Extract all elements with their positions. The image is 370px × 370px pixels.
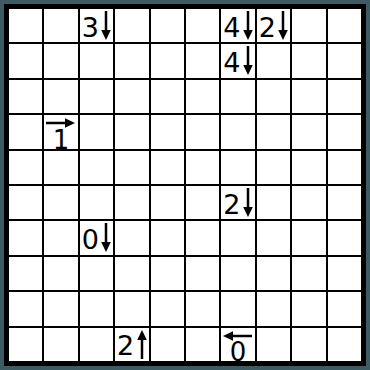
cell-r2c4[interactable]	[115, 44, 148, 77]
cell-r10c4-clue-2-up[interactable]: 2	[115, 328, 148, 361]
cell-r7c10[interactable]	[328, 221, 361, 254]
puzzle-frame: 342412020	[0, 0, 370, 370]
cell-r7c9[interactable]	[292, 221, 325, 254]
cell-r10c10[interactable]	[328, 328, 361, 361]
cell-r4c5[interactable]	[151, 115, 184, 148]
cell-r10c6[interactable]	[186, 328, 219, 361]
cell-r6c10[interactable]	[328, 186, 361, 219]
cell-r4c10[interactable]	[328, 115, 361, 148]
cell-r2c8[interactable]	[257, 44, 290, 77]
cell-r2c9[interactable]	[292, 44, 325, 77]
cell-r10c9[interactable]	[292, 328, 325, 361]
puzzle-grid: 342412020	[4, 4, 366, 366]
cell-r3c1[interactable]	[9, 80, 42, 113]
cell-r7c4[interactable]	[115, 221, 148, 254]
cell-r6c8[interactable]	[257, 186, 290, 219]
cell-r2c7-clue-4-down[interactable]: 4	[221, 44, 254, 77]
cell-r4c3[interactable]	[80, 115, 113, 148]
clue-number: 2	[257, 14, 278, 41]
cell-r1c3-clue-3-down[interactable]: 3	[80, 9, 113, 42]
cell-r7c1[interactable]	[9, 221, 42, 254]
cell-r8c3[interactable]	[80, 257, 113, 290]
cell-r3c2[interactable]	[44, 80, 77, 113]
cell-r3c6[interactable]	[186, 80, 219, 113]
cell-r1c10[interactable]	[328, 9, 361, 42]
arrow-down-icon	[242, 46, 254, 75]
cell-r5c6[interactable]	[186, 151, 219, 184]
cell-r1c4[interactable]	[115, 9, 148, 42]
cell-r6c7-clue-2-down[interactable]: 2	[221, 186, 254, 219]
cell-r8c5[interactable]	[151, 257, 184, 290]
cell-r9c7[interactable]	[221, 292, 254, 325]
cell-r6c5[interactable]	[151, 186, 184, 219]
cell-r1c1[interactable]	[9, 9, 42, 42]
cell-r8c1[interactable]	[9, 257, 42, 290]
cell-r9c2[interactable]	[44, 292, 77, 325]
cell-r4c4[interactable]	[115, 115, 148, 148]
cell-r7c5[interactable]	[151, 221, 184, 254]
cell-r3c9[interactable]	[292, 80, 325, 113]
clue-number: 0	[80, 226, 101, 253]
cell-r7c3-clue-0-down[interactable]: 0	[80, 221, 113, 254]
cell-r7c7[interactable]	[221, 221, 254, 254]
cell-r5c8[interactable]	[257, 151, 290, 184]
cell-r8c2[interactable]	[44, 257, 77, 290]
cell-r2c3[interactable]	[80, 44, 113, 77]
cell-r2c10[interactable]	[328, 44, 361, 77]
clue-number: 1	[44, 127, 77, 153]
cell-r8c4[interactable]	[115, 257, 148, 290]
cell-r4c2-clue-1-right[interactable]: 1	[44, 115, 77, 148]
cell-r4c1[interactable]	[9, 115, 42, 148]
cell-r3c8[interactable]	[257, 80, 290, 113]
arrow-down-icon	[277, 11, 289, 40]
cell-r10c5[interactable]	[151, 328, 184, 361]
cell-r6c3[interactable]	[80, 186, 113, 219]
cell-r2c1[interactable]	[9, 44, 42, 77]
cell-r8c9[interactable]	[292, 257, 325, 290]
cell-r4c8[interactable]	[257, 115, 290, 148]
arrow-up-icon	[136, 330, 148, 359]
cell-r5c9[interactable]	[292, 151, 325, 184]
clue-number: 4	[221, 49, 242, 76]
cell-r8c6[interactable]	[186, 257, 219, 290]
cell-r4c7[interactable]	[221, 115, 254, 148]
arrow-down-icon	[100, 223, 112, 252]
cell-r1c9[interactable]	[292, 9, 325, 42]
cell-r1c6[interactable]	[186, 9, 219, 42]
clue-number: 0	[221, 339, 254, 365]
cell-r9c9[interactable]	[292, 292, 325, 325]
clue-number: 2	[115, 332, 136, 359]
cell-r5c1[interactable]	[9, 151, 42, 184]
cell-r9c1[interactable]	[9, 292, 42, 325]
arrow-down-icon	[242, 11, 254, 40]
cell-r3c4[interactable]	[115, 80, 148, 113]
cell-r1c8-clue-2-down[interactable]: 2	[257, 9, 290, 42]
cell-r6c4[interactable]	[115, 186, 148, 219]
cell-r7c6[interactable]	[186, 221, 219, 254]
cell-r5c3[interactable]	[80, 151, 113, 184]
cell-r3c7[interactable]	[221, 80, 254, 113]
cell-r5c2[interactable]	[44, 151, 77, 184]
cell-r6c6[interactable]	[186, 186, 219, 219]
cell-r3c3[interactable]	[80, 80, 113, 113]
cell-r3c5[interactable]	[151, 80, 184, 113]
cell-r8c10[interactable]	[328, 257, 361, 290]
cell-r10c7-clue-0-left[interactable]: 0	[221, 328, 254, 361]
cell-r9c5[interactable]	[151, 292, 184, 325]
cell-r2c5[interactable]	[151, 44, 184, 77]
cell-r2c6[interactable]	[186, 44, 219, 77]
cell-r10c2[interactable]	[44, 328, 77, 361]
cell-r1c5[interactable]	[151, 9, 184, 42]
cell-r5c7[interactable]	[221, 151, 254, 184]
clue-number: 3	[80, 14, 101, 41]
cell-r1c7-clue-4-down[interactable]: 4	[221, 9, 254, 42]
cell-r4c6[interactable]	[186, 115, 219, 148]
cell-r3c10[interactable]	[328, 80, 361, 113]
cell-r5c4[interactable]	[115, 151, 148, 184]
cell-r7c8[interactable]	[257, 221, 290, 254]
cell-r9c3[interactable]	[80, 292, 113, 325]
arrow-down-icon	[100, 11, 112, 40]
cell-r10c8[interactable]	[257, 328, 290, 361]
cell-r6c1[interactable]	[9, 186, 42, 219]
cell-r5c5[interactable]	[151, 151, 184, 184]
cell-r1c2[interactable]	[44, 9, 77, 42]
cell-r6c9[interactable]	[292, 186, 325, 219]
cell-r9c8[interactable]	[257, 292, 290, 325]
cell-r9c6[interactable]	[186, 292, 219, 325]
cell-r4c9[interactable]	[292, 115, 325, 148]
cell-r9c4[interactable]	[115, 292, 148, 325]
cell-r2c2[interactable]	[44, 44, 77, 77]
cell-r6c2[interactable]	[44, 186, 77, 219]
clue-number: 4	[221, 14, 242, 41]
cell-r7c2[interactable]	[44, 221, 77, 254]
cell-r5c10[interactable]	[328, 151, 361, 184]
cell-r8c7[interactable]	[221, 257, 254, 290]
cell-r10c3[interactable]	[80, 328, 113, 361]
clue-number: 2	[221, 191, 242, 218]
cell-r8c8[interactable]	[257, 257, 290, 290]
cell-r10c1[interactable]	[9, 328, 42, 361]
cell-r9c10[interactable]	[328, 292, 361, 325]
arrow-down-icon	[242, 188, 254, 217]
